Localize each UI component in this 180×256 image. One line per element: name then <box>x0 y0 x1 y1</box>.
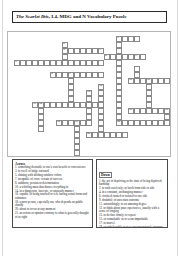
down-header: Down <box>99 172 112 179</box>
title-rest: , I.4, MDG and N Vocabulary Puzzle <box>49 14 127 19</box>
page-title: The Scarlet Ibis, I.4, MDG and N Vocabul… <box>13 12 166 22</box>
clue-number: 18 <box>57 121 60 124</box>
crossword-cell[interactable] <box>98 60 104 66</box>
down-clues-box: Down 1. the act of depriving or the stat… <box>96 159 168 228</box>
clue-number: 4 <box>99 49 100 52</box>
clue-number: 7 <box>15 61 16 64</box>
clue-number: 8 <box>51 73 52 76</box>
clue-number: 14 <box>33 103 36 106</box>
clue-number: 9 <box>69 73 70 76</box>
crossword-cell[interactable] <box>164 78 170 84</box>
crossword-cell[interactable] <box>38 126 44 132</box>
scan-edge-left <box>2 0 3 256</box>
crossword-cell[interactable] <box>98 72 104 78</box>
clue-number: 12 <box>99 85 102 88</box>
clue-item: 19. so unbelievable as to seem supernatu… <box>99 226 165 228</box>
clue-number: 19 <box>75 121 78 124</box>
clue-number: 11 <box>147 79 150 82</box>
clue-number: 20 <box>117 121 120 124</box>
clue-number: 3 <box>63 49 64 52</box>
across-clue-list: 1. something desirable to one's own bene… <box>15 166 90 219</box>
crossword-cell[interactable] <box>164 120 170 126</box>
crossword-cell[interactable] <box>140 54 146 60</box>
title-box: The Scarlet Ibis, I.4, MDG and N Vocabul… <box>12 11 167 23</box>
across-clues-box: Across 1. something desirable to one's o… <box>12 159 93 228</box>
clue-item: 21. an action or opinion contrary to wha… <box>15 212 90 219</box>
crossword-grid: 123456789101112131415161718192021 <box>7 31 171 157</box>
clue-number: 1 <box>117 37 118 40</box>
clue-number: 16 <box>129 109 132 112</box>
crossword-cell[interactable] <box>74 150 80 156</box>
clue-number: 21 <box>87 133 90 136</box>
down-clue-list: 1. the act of depriving or the state of … <box>99 180 165 229</box>
worksheet-page: The Scarlet Ibis, I.4, MDG and N Vocabul… <box>0 0 180 256</box>
clue-number: 5 <box>105 55 106 58</box>
clue-number: 6 <box>135 55 136 58</box>
title-italic: The Scarlet Ibis <box>16 14 49 19</box>
crossword-cell[interactable] <box>86 120 92 126</box>
crossword-cell[interactable] <box>134 36 140 42</box>
clue-number: 17 <box>165 109 168 112</box>
scan-edge-right <box>177 0 178 256</box>
crossword-cell[interactable] <box>122 132 128 138</box>
clue-number: 2 <box>63 43 64 46</box>
clue-number: 13 <box>87 91 90 94</box>
clue-number: 10 <box>129 79 132 82</box>
clue-number: 15 <box>39 103 42 106</box>
